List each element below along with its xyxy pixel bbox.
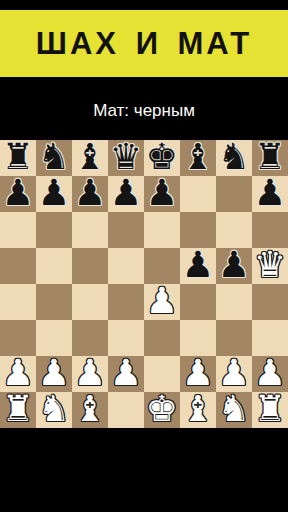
square-a2[interactable]: ♟ xyxy=(0,356,36,392)
square-c8[interactable]: ♝ xyxy=(72,140,108,176)
square-b8[interactable]: ♞ xyxy=(36,140,72,176)
square-d7[interactable]: ♟ xyxy=(108,176,144,212)
square-b3[interactable] xyxy=(36,320,72,356)
square-f5[interactable]: ♟ xyxy=(180,248,216,284)
square-a7[interactable]: ♟ xyxy=(0,176,36,212)
white-pawn-piece: ♟ xyxy=(2,355,34,391)
square-e3[interactable] xyxy=(144,320,180,356)
square-h2[interactable]: ♟ xyxy=(252,356,288,392)
square-e8[interactable]: ♚ xyxy=(144,140,180,176)
square-b6[interactable] xyxy=(36,212,72,248)
square-f6[interactable] xyxy=(180,212,216,248)
black-queen-piece: ♛ xyxy=(110,139,142,175)
square-f2[interactable]: ♟ xyxy=(180,356,216,392)
square-g2[interactable]: ♟ xyxy=(216,356,252,392)
black-pawn-piece: ♟ xyxy=(38,175,70,211)
square-d2[interactable]: ♟ xyxy=(108,356,144,392)
square-g8[interactable]: ♞ xyxy=(216,140,252,176)
white-bishop-piece: ♝ xyxy=(182,391,214,427)
white-pawn-piece: ♟ xyxy=(254,355,286,391)
square-a5[interactable] xyxy=(0,248,36,284)
black-rook-piece: ♜ xyxy=(254,139,286,175)
white-queen-piece: ♛ xyxy=(254,247,286,283)
black-bishop-piece: ♝ xyxy=(74,139,106,175)
square-a6[interactable] xyxy=(0,212,36,248)
square-h1[interactable]: ♜ xyxy=(252,392,288,428)
square-c4[interactable] xyxy=(72,284,108,320)
square-b7[interactable]: ♟ xyxy=(36,176,72,212)
square-c3[interactable] xyxy=(72,320,108,356)
square-g4[interactable] xyxy=(216,284,252,320)
square-d5[interactable] xyxy=(108,248,144,284)
square-b1[interactable]: ♞ xyxy=(36,392,72,428)
square-d8[interactable]: ♛ xyxy=(108,140,144,176)
white-king-piece: ♚ xyxy=(146,391,178,427)
square-d1[interactable] xyxy=(108,392,144,428)
square-b2[interactable]: ♟ xyxy=(36,356,72,392)
black-rook-piece: ♜ xyxy=(2,139,34,175)
square-e5[interactable] xyxy=(144,248,180,284)
square-d4[interactable] xyxy=(108,284,144,320)
square-f3[interactable] xyxy=(180,320,216,356)
square-e2[interactable] xyxy=(144,356,180,392)
square-a3[interactable] xyxy=(0,320,36,356)
white-knight-piece: ♞ xyxy=(218,391,250,427)
black-pawn-piece: ♟ xyxy=(218,247,250,283)
white-bishop-piece: ♝ xyxy=(74,391,106,427)
white-pawn-piece: ♟ xyxy=(38,355,70,391)
square-c7[interactable]: ♟ xyxy=(72,176,108,212)
white-pawn-piece: ♟ xyxy=(110,355,142,391)
square-d3[interactable] xyxy=(108,320,144,356)
square-a1[interactable]: ♜ xyxy=(0,392,36,428)
mate-status-text: Мат: черным xyxy=(0,99,288,123)
white-pawn-piece: ♟ xyxy=(146,283,178,319)
white-rook-piece: ♜ xyxy=(2,391,34,427)
square-f8[interactable]: ♝ xyxy=(180,140,216,176)
square-a8[interactable]: ♜ xyxy=(0,140,36,176)
white-rook-piece: ♜ xyxy=(254,391,286,427)
square-h6[interactable] xyxy=(252,212,288,248)
square-d6[interactable] xyxy=(108,212,144,248)
black-bishop-piece: ♝ xyxy=(182,139,214,175)
black-pawn-piece: ♟ xyxy=(146,175,178,211)
app-title: ШАХ И МАТ xyxy=(36,26,252,62)
square-e6[interactable] xyxy=(144,212,180,248)
white-pawn-piece: ♟ xyxy=(218,355,250,391)
black-pawn-piece: ♟ xyxy=(74,175,106,211)
white-pawn-piece: ♟ xyxy=(74,355,106,391)
square-c1[interactable]: ♝ xyxy=(72,392,108,428)
black-king-piece: ♚ xyxy=(146,139,178,175)
square-c6[interactable] xyxy=(72,212,108,248)
white-pawn-piece: ♟ xyxy=(182,355,214,391)
square-h8[interactable]: ♜ xyxy=(252,140,288,176)
square-f7[interactable] xyxy=(180,176,216,212)
square-a4[interactable] xyxy=(0,284,36,320)
square-f1[interactable]: ♝ xyxy=(180,392,216,428)
square-g1[interactable]: ♞ xyxy=(216,392,252,428)
square-e7[interactable]: ♟ xyxy=(144,176,180,212)
square-e4[interactable]: ♟ xyxy=(144,284,180,320)
square-g3[interactable] xyxy=(216,320,252,356)
black-pawn-piece: ♟ xyxy=(182,247,214,283)
black-pawn-piece: ♟ xyxy=(2,175,34,211)
square-g6[interactable] xyxy=(216,212,252,248)
square-h5[interactable]: ♛ xyxy=(252,248,288,284)
square-h3[interactable] xyxy=(252,320,288,356)
square-h7[interactable]: ♟ xyxy=(252,176,288,212)
black-knight-piece: ♞ xyxy=(218,139,250,175)
square-h4[interactable] xyxy=(252,284,288,320)
square-b4[interactable] xyxy=(36,284,72,320)
chess-board: ♜♞♝♛♚♝♞♜♟♟♟♟♟♟♟♟♛♟♟♟♟♟♟♟♟♜♞♝♚♝♞♜ xyxy=(0,140,288,428)
white-knight-piece: ♞ xyxy=(38,391,70,427)
app-screen: ШАХ И МАТ Мат: черным ♜♞♝♛♚♝♞♜♟♟♟♟♟♟♟♟♛♟… xyxy=(0,0,288,512)
square-g7[interactable] xyxy=(216,176,252,212)
square-c2[interactable]: ♟ xyxy=(72,356,108,392)
square-c5[interactable] xyxy=(72,248,108,284)
square-e1[interactable]: ♚ xyxy=(144,392,180,428)
black-knight-piece: ♞ xyxy=(38,139,70,175)
black-pawn-piece: ♟ xyxy=(254,175,286,211)
square-g5[interactable]: ♟ xyxy=(216,248,252,284)
title-banner: ШАХ И МАТ xyxy=(0,10,288,77)
black-pawn-piece: ♟ xyxy=(110,175,142,211)
square-f4[interactable] xyxy=(180,284,216,320)
square-b5[interactable] xyxy=(36,248,72,284)
